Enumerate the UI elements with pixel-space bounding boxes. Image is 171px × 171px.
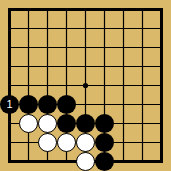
intersection[interactable] — [114, 152, 133, 171]
intersection[interactable] — [76, 38, 95, 57]
intersection[interactable] — [133, 38, 152, 57]
intersection[interactable] — [133, 114, 152, 133]
intersection[interactable] — [19, 152, 38, 171]
intersection[interactable] — [114, 0, 133, 19]
intersection[interactable] — [114, 76, 133, 95]
intersection[interactable] — [38, 152, 57, 171]
intersection[interactable] — [57, 114, 76, 133]
white-stone[interactable] — [38, 114, 57, 133]
intersection[interactable] — [76, 133, 95, 152]
intersection[interactable] — [133, 152, 152, 171]
intersection[interactable] — [57, 38, 76, 57]
intersection[interactable] — [95, 57, 114, 76]
intersection[interactable] — [76, 76, 95, 95]
intersection[interactable] — [38, 0, 57, 19]
intersection[interactable] — [95, 76, 114, 95]
intersection[interactable] — [57, 19, 76, 38]
intersection[interactable] — [38, 76, 57, 95]
intersection[interactable] — [38, 114, 57, 133]
intersection[interactable] — [95, 0, 114, 19]
intersection[interactable] — [19, 95, 38, 114]
intersection[interactable] — [114, 114, 133, 133]
intersection[interactable] — [19, 0, 38, 19]
intersection[interactable] — [95, 38, 114, 57]
intersection[interactable] — [152, 19, 171, 38]
intersection[interactable] — [57, 0, 76, 19]
intersection[interactable] — [114, 95, 133, 114]
intersection[interactable] — [152, 95, 171, 114]
white-stone[interactable] — [76, 133, 95, 152]
black-stone[interactable] — [76, 114, 95, 133]
intersection[interactable] — [0, 38, 19, 57]
intersection[interactable] — [95, 95, 114, 114]
intersection[interactable] — [152, 38, 171, 57]
intersection[interactable] — [19, 133, 38, 152]
intersection[interactable] — [38, 95, 57, 114]
black-stone[interactable] — [57, 114, 76, 133]
intersection[interactable] — [0, 19, 19, 38]
intersection[interactable] — [0, 0, 19, 19]
intersection[interactable] — [95, 133, 114, 152]
intersection[interactable] — [114, 133, 133, 152]
intersection[interactable] — [19, 57, 38, 76]
white-stone[interactable] — [19, 114, 38, 133]
board-intersections: 1 — [0, 0, 171, 171]
intersection[interactable] — [38, 57, 57, 76]
move-number-label: 1 — [6, 99, 12, 110]
intersection[interactable] — [0, 76, 19, 95]
intersection[interactable] — [95, 19, 114, 38]
intersection[interactable] — [152, 133, 171, 152]
intersection[interactable] — [133, 19, 152, 38]
intersection[interactable] — [133, 133, 152, 152]
intersection[interactable] — [152, 0, 171, 19]
intersection[interactable] — [152, 114, 171, 133]
intersection[interactable] — [38, 38, 57, 57]
intersection[interactable] — [0, 133, 19, 152]
intersection[interactable] — [152, 57, 171, 76]
intersection[interactable] — [57, 133, 76, 152]
intersection[interactable] — [133, 0, 152, 19]
black-stone[interactable] — [57, 95, 76, 114]
intersection[interactable] — [95, 114, 114, 133]
black-stone[interactable] — [95, 133, 114, 152]
white-stone[interactable] — [76, 152, 95, 171]
intersection[interactable] — [19, 76, 38, 95]
intersection[interactable] — [0, 57, 19, 76]
white-stone[interactable] — [57, 133, 76, 152]
intersection[interactable] — [76, 57, 95, 76]
intersection[interactable] — [114, 57, 133, 76]
intersection[interactable] — [38, 19, 57, 38]
intersection[interactable] — [57, 57, 76, 76]
intersection[interactable] — [114, 38, 133, 57]
black-stone[interactable]: 1 — [0, 95, 19, 114]
intersection[interactable] — [152, 76, 171, 95]
black-stone[interactable] — [38, 95, 57, 114]
intersection[interactable] — [57, 152, 76, 171]
intersection[interactable] — [38, 133, 57, 152]
intersection[interactable] — [19, 19, 38, 38]
intersection[interactable] — [133, 95, 152, 114]
intersection[interactable] — [133, 57, 152, 76]
intersection[interactable] — [57, 95, 76, 114]
intersection[interactable] — [0, 114, 19, 133]
white-stone[interactable] — [38, 133, 57, 152]
black-stone[interactable] — [95, 114, 114, 133]
intersection[interactable] — [76, 19, 95, 38]
intersection[interactable] — [76, 95, 95, 114]
black-stone[interactable] — [19, 95, 38, 114]
intersection[interactable]: 1 — [0, 95, 19, 114]
intersection[interactable] — [114, 19, 133, 38]
intersection[interactable] — [76, 0, 95, 19]
intersection[interactable] — [19, 114, 38, 133]
black-stone[interactable] — [95, 152, 114, 171]
intersection[interactable] — [76, 152, 95, 171]
intersection[interactable] — [57, 76, 76, 95]
intersection[interactable] — [95, 152, 114, 171]
intersection[interactable] — [152, 152, 171, 171]
intersection[interactable] — [133, 76, 152, 95]
intersection[interactable] — [19, 38, 38, 57]
intersection[interactable] — [76, 114, 95, 133]
intersection[interactable] — [0, 152, 19, 171]
go-board-diagram: 1 — [0, 0, 171, 171]
